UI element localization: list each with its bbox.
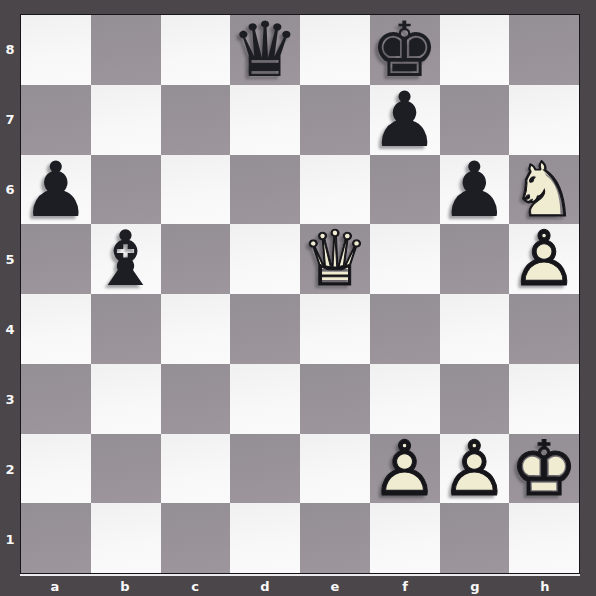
square-e8[interactable] [300, 15, 370, 85]
file-label-f: f [370, 576, 440, 596]
rank-label-6: 6 [0, 154, 20, 224]
white-pawn[interactable]: ♟♙ [509, 224, 579, 294]
square-b3[interactable] [91, 364, 161, 434]
square-e5[interactable]: ♛♕ [300, 224, 370, 294]
pawn-glyph: ♟ [440, 155, 510, 225]
square-d4[interactable] [230, 294, 300, 364]
rank-label-3: 3 [0, 364, 20, 434]
square-a2[interactable] [21, 434, 91, 504]
square-g2[interactable]: ♟♙ [440, 434, 510, 504]
rank-label-7: 7 [0, 84, 20, 154]
square-c3[interactable] [161, 364, 231, 434]
queen-glyph: ♛ [230, 15, 300, 85]
king-outline-layer: ♔ [509, 434, 579, 504]
rank-label-8: 8 [0, 14, 20, 84]
file-label-a: a [20, 576, 90, 596]
square-a4[interactable] [21, 294, 91, 364]
black-pawn[interactable]: ♟ [440, 155, 510, 225]
rank-label-1: 1 [0, 504, 20, 574]
square-h8[interactable] [509, 15, 579, 85]
square-g5[interactable] [440, 224, 510, 294]
square-c6[interactable] [161, 155, 231, 225]
pawn-outline-layer: ♙ [440, 434, 510, 504]
chess-board: ♛♚♟♟♟♞♘♝♛♕♟♙♟♙♟♙♚♔ [20, 14, 580, 574]
square-b5[interactable]: ♝ [91, 224, 161, 294]
black-pawn[interactable]: ♟ [370, 85, 440, 155]
square-d7[interactable] [230, 85, 300, 155]
white-pawn[interactable]: ♟♙ [370, 434, 440, 504]
square-e3[interactable] [300, 364, 370, 434]
square-e7[interactable] [300, 85, 370, 155]
square-f4[interactable] [370, 294, 440, 364]
square-a3[interactable] [21, 364, 91, 434]
white-queen[interactable]: ♛♕ [300, 224, 370, 294]
square-b2[interactable] [91, 434, 161, 504]
file-label-b: b [90, 576, 160, 596]
black-pawn[interactable]: ♟ [21, 155, 91, 225]
square-d3[interactable] [230, 364, 300, 434]
pawn-glyph: ♟ [21, 155, 91, 225]
square-e4[interactable] [300, 294, 370, 364]
square-c2[interactable] [161, 434, 231, 504]
square-g8[interactable] [440, 15, 510, 85]
pawn-glyph: ♟ [370, 85, 440, 155]
square-f6[interactable] [370, 155, 440, 225]
square-d1[interactable] [230, 503, 300, 573]
square-d8[interactable]: ♛ [230, 15, 300, 85]
rank-labels: 87654321 [0, 14, 20, 574]
square-f5[interactable] [370, 224, 440, 294]
square-c8[interactable] [161, 15, 231, 85]
square-h4[interactable] [509, 294, 579, 364]
pawn-outline-layer: ♙ [370, 434, 440, 504]
square-f2[interactable]: ♟♙ [370, 434, 440, 504]
white-king[interactable]: ♚♔ [509, 434, 579, 504]
rank-label-2: 2 [0, 434, 20, 504]
file-labels: abcdefgh [20, 576, 580, 596]
black-bishop[interactable]: ♝ [91, 224, 161, 294]
square-b8[interactable] [91, 15, 161, 85]
square-a1[interactable] [21, 503, 91, 573]
square-h1[interactable] [509, 503, 579, 573]
square-d5[interactable] [230, 224, 300, 294]
square-g4[interactable] [440, 294, 510, 364]
rank-label-4: 4 [0, 294, 20, 364]
square-c4[interactable] [161, 294, 231, 364]
square-b7[interactable] [91, 85, 161, 155]
file-label-e: e [300, 576, 370, 596]
square-d2[interactable] [230, 434, 300, 504]
pawn-outline-layer: ♙ [509, 224, 579, 294]
black-queen[interactable]: ♛ [230, 15, 300, 85]
file-label-h: h [510, 576, 580, 596]
square-d6[interactable] [230, 155, 300, 225]
square-e1[interactable] [300, 503, 370, 573]
square-f7[interactable]: ♟ [370, 85, 440, 155]
square-a8[interactable] [21, 15, 91, 85]
square-h5[interactable]: ♟♙ [509, 224, 579, 294]
square-b1[interactable] [91, 503, 161, 573]
file-label-c: c [160, 576, 230, 596]
square-a5[interactable] [21, 224, 91, 294]
square-c7[interactable] [161, 85, 231, 155]
square-a6[interactable]: ♟ [21, 155, 91, 225]
square-c1[interactable] [161, 503, 231, 573]
file-label-g: g [440, 576, 510, 596]
square-g6[interactable]: ♟ [440, 155, 510, 225]
square-g1[interactable] [440, 503, 510, 573]
rank-label-5: 5 [0, 224, 20, 294]
square-c5[interactable] [161, 224, 231, 294]
file-label-d: d [230, 576, 300, 596]
square-h2[interactable]: ♚♔ [509, 434, 579, 504]
square-f1[interactable] [370, 503, 440, 573]
white-pawn[interactable]: ♟♙ [440, 434, 510, 504]
bishop-glyph: ♝ [91, 224, 161, 294]
queen-outline-layer: ♕ [300, 224, 370, 294]
square-b4[interactable] [91, 294, 161, 364]
square-e2[interactable] [300, 434, 370, 504]
